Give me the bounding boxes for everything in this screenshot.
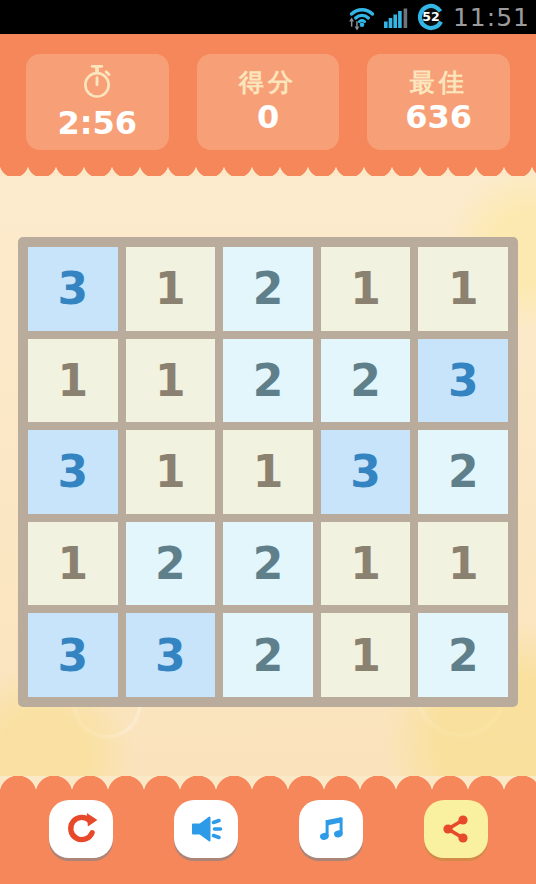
music-note-icon [315,813,347,845]
header: 2:56 得分 0 最佳 636 [0,34,536,163]
grid-cell[interactable]: 1 [126,430,216,514]
grid-cell[interactable]: 2 [321,339,411,423]
share-button[interactable] [424,800,488,858]
grid-cell[interactable]: 1 [321,247,411,331]
grid-cell[interactable]: 1 [223,430,313,514]
grid-cell[interactable]: 1 [126,247,216,331]
grid-cell[interactable]: 3 [28,430,118,514]
wifi-icon [347,4,377,31]
score-card: 得分 0 [197,54,340,150]
grid-cell[interactable]: 3 [418,339,508,423]
battery-percent: 52 [422,9,439,24]
grid-cell[interactable]: 2 [418,430,508,514]
score-value: 0 [257,100,279,135]
grid-cell[interactable]: 1 [28,522,118,606]
grid-cell[interactable]: 2 [223,339,313,423]
grid-cell[interactable]: 1 [321,613,411,697]
timer-card: 2:56 [26,54,169,150]
restart-button[interactable] [49,800,113,858]
signal-strength-icon [384,5,409,29]
stopwatch-icon [78,62,116,102]
battery-circle-icon: 52 [416,2,446,32]
grid-cell[interactable]: 3 [321,430,411,514]
sound-button[interactable] [174,800,238,858]
grid-cell[interactable]: 1 [28,339,118,423]
footer-wave-edge [0,776,536,790]
board-frame: 3121111223311321221133212 [18,237,518,707]
grid-cell[interactable]: 2 [223,247,313,331]
board-grid: 3121111223311321221133212 [28,247,508,697]
best-value: 636 [405,100,472,135]
grid-cell[interactable]: 2 [418,613,508,697]
grid-cell[interactable]: 3 [126,613,216,697]
score-label: 得分 [239,69,297,97]
grid-cell[interactable]: 2 [223,522,313,606]
timer-value: 2:56 [58,106,138,141]
grid-cell[interactable]: 1 [126,339,216,423]
clock-time: 11:51 [453,5,530,30]
grid-cell[interactable]: 2 [126,522,216,606]
status-bar: 52 11:51 [0,0,536,34]
grid-cell[interactable]: 2 [223,613,313,697]
share-icon [439,812,473,846]
grid-cell[interactable]: 3 [28,613,118,697]
grid-cell[interactable]: 1 [321,522,411,606]
header-wave-edge [0,163,536,176]
grid-cell[interactable]: 3 [28,247,118,331]
refresh-icon [63,811,99,847]
footer-toolbar [0,790,536,884]
music-button[interactable] [299,800,363,858]
best-label: 最佳 [410,69,468,97]
best-card: 最佳 636 [367,54,510,150]
grid-cell[interactable]: 1 [418,247,508,331]
play-area: 3121111223311321221133212 [0,176,536,776]
grid-cell[interactable]: 1 [418,522,508,606]
speaker-icon [189,814,223,844]
